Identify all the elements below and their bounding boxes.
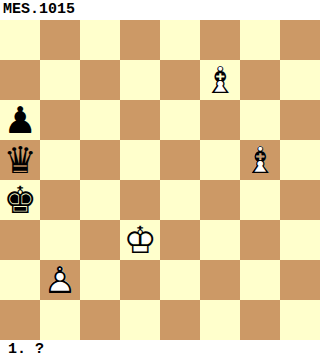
problem-id-label: MES.1015 [3, 1, 75, 19]
square-f8[interactable] [200, 20, 240, 60]
square-e8[interactable] [160, 20, 200, 60]
square-b7[interactable] [40, 60, 80, 100]
square-d3[interactable]: ♚♔ [120, 220, 160, 260]
square-f3[interactable] [200, 220, 240, 260]
square-g1[interactable] [240, 300, 280, 340]
black-king[interactable]: ♚ [0, 180, 40, 220]
square-h8[interactable] [280, 20, 320, 60]
square-h1[interactable] [280, 300, 320, 340]
square-d2[interactable] [120, 260, 160, 300]
white-king[interactable]: ♚♔ [120, 220, 160, 260]
white-bishop[interactable]: ♝♗ [240, 140, 280, 180]
square-c4[interactable] [80, 180, 120, 220]
chess-board: ♝♗♟♛♝♗♚♚♔♟♙ [0, 20, 320, 340]
square-a2[interactable] [0, 260, 40, 300]
square-e3[interactable] [160, 220, 200, 260]
square-g8[interactable] [240, 20, 280, 60]
square-e5[interactable] [160, 140, 200, 180]
square-f7[interactable]: ♝♗ [200, 60, 240, 100]
square-f5[interactable] [200, 140, 240, 180]
square-e7[interactable] [160, 60, 200, 100]
square-e2[interactable] [160, 260, 200, 300]
square-b6[interactable] [40, 100, 80, 140]
square-a4[interactable]: ♚ [0, 180, 40, 220]
square-d5[interactable] [120, 140, 160, 180]
square-h7[interactable] [280, 60, 320, 100]
square-e1[interactable] [160, 300, 200, 340]
square-d4[interactable] [120, 180, 160, 220]
square-c5[interactable] [80, 140, 120, 180]
square-a8[interactable] [0, 20, 40, 60]
square-a7[interactable] [0, 60, 40, 100]
square-c6[interactable] [80, 100, 120, 140]
black-queen[interactable]: ♛ [0, 140, 40, 180]
square-f4[interactable] [200, 180, 240, 220]
square-d8[interactable] [120, 20, 160, 60]
square-h3[interactable] [280, 220, 320, 260]
square-g5[interactable]: ♝♗ [240, 140, 280, 180]
chess-diagram: MES.1015 ♝♗♟♛♝♗♚♚♔♟♙ 1. ? [0, 0, 320, 360]
move-prompt-label: 1. ? [8, 341, 44, 359]
square-h6[interactable] [280, 100, 320, 140]
square-d7[interactable] [120, 60, 160, 100]
square-b5[interactable] [40, 140, 80, 180]
white-bishop[interactable]: ♝♗ [200, 60, 240, 100]
square-c7[interactable] [80, 60, 120, 100]
square-c1[interactable] [80, 300, 120, 340]
white-pawn[interactable]: ♟♙ [40, 260, 80, 300]
square-h5[interactable] [280, 140, 320, 180]
square-g2[interactable] [240, 260, 280, 300]
square-a5[interactable]: ♛ [0, 140, 40, 180]
square-a3[interactable] [0, 220, 40, 260]
square-b8[interactable] [40, 20, 80, 60]
square-b1[interactable] [40, 300, 80, 340]
square-b4[interactable] [40, 180, 80, 220]
square-a1[interactable] [0, 300, 40, 340]
square-g3[interactable] [240, 220, 280, 260]
square-h4[interactable] [280, 180, 320, 220]
square-a6[interactable]: ♟ [0, 100, 40, 140]
square-c2[interactable] [80, 260, 120, 300]
square-c8[interactable] [80, 20, 120, 60]
square-f6[interactable] [200, 100, 240, 140]
square-b2[interactable]: ♟♙ [40, 260, 80, 300]
square-f1[interactable] [200, 300, 240, 340]
square-g7[interactable] [240, 60, 280, 100]
black-pawn[interactable]: ♟ [0, 100, 40, 140]
square-d1[interactable] [120, 300, 160, 340]
square-g4[interactable] [240, 180, 280, 220]
square-h2[interactable] [280, 260, 320, 300]
square-c3[interactable] [80, 220, 120, 260]
square-b3[interactable] [40, 220, 80, 260]
square-d6[interactable] [120, 100, 160, 140]
square-e6[interactable] [160, 100, 200, 140]
square-e4[interactable] [160, 180, 200, 220]
square-f2[interactable] [200, 260, 240, 300]
square-g6[interactable] [240, 100, 280, 140]
